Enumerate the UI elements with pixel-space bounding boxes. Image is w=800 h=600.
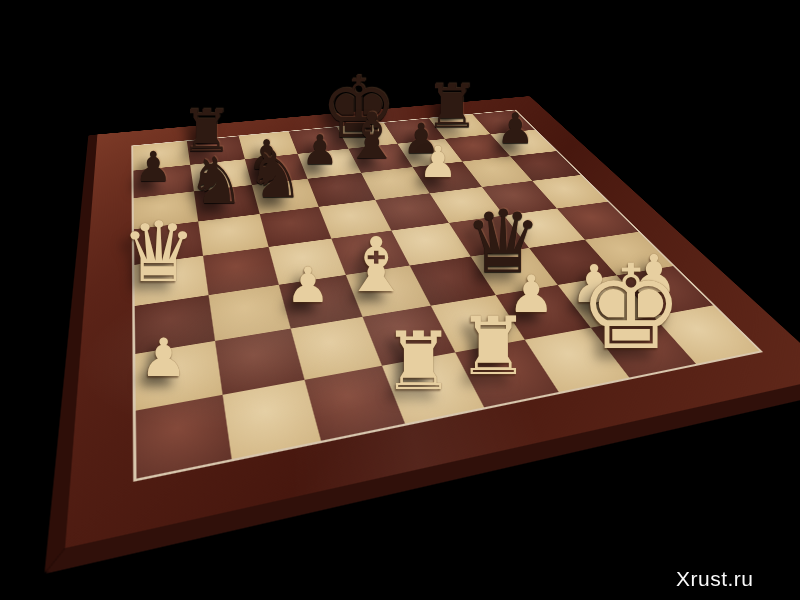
chess-board [44, 96, 800, 574]
watermark: Xrust.ru [676, 567, 754, 591]
board-squares [133, 110, 759, 478]
square-a1 [136, 395, 232, 479]
scene: ♜♚♜♟♟♟♝♟♟♞♞♟♛♟♝♛♟♟♟♟♜♜♚ Xrust.ru [0, 0, 800, 600]
square-b1 [223, 380, 321, 459]
